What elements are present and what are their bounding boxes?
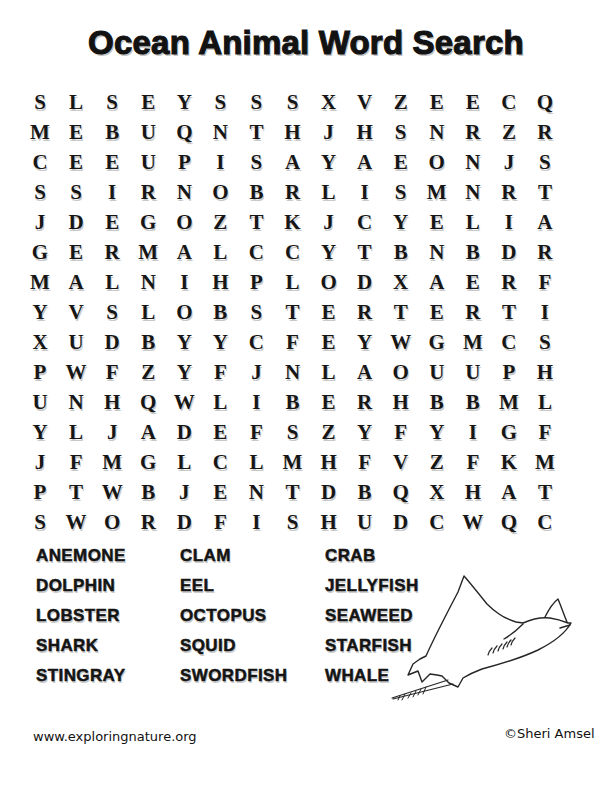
- grid-cell-r3c2[interactable]: E: [58, 147, 94, 177]
- word-item-swordfish: SWORDFISH: [180, 666, 325, 686]
- grid-cell-r5c2[interactable]: D: [58, 207, 94, 237]
- grid-cell-r15c7[interactable]: I: [238, 507, 274, 537]
- grid-cell-r13c13[interactable]: F: [455, 447, 491, 477]
- grid-cell-r8c1[interactable]: Y: [22, 297, 58, 327]
- grid-cell-r11c8[interactable]: B: [274, 387, 310, 417]
- word-item-shark: SHARK: [36, 636, 180, 656]
- grid-cell-r8c6[interactable]: B: [202, 297, 238, 327]
- grid-cell-r9c14[interactable]: C: [491, 327, 527, 357]
- grid-cell-r9c1[interactable]: X: [22, 327, 58, 357]
- grid-cell-r1c7[interactable]: S: [238, 87, 274, 117]
- grid-cell-r7c10[interactable]: D: [347, 267, 383, 297]
- grid-cell-r1c8[interactable]: S: [274, 87, 310, 117]
- grid-cell-r13c6[interactable]: C: [202, 447, 238, 477]
- grid-cell-r13c3[interactable]: M: [94, 447, 130, 477]
- grid-cell-r2c11[interactable]: S: [383, 117, 419, 147]
- grid-cell-r6c14[interactable]: D: [491, 237, 527, 267]
- grid-cell-r1c6[interactable]: S: [202, 87, 238, 117]
- grid-cell-r15c9[interactable]: H: [311, 507, 347, 537]
- grid-cell-r12c2[interactable]: L: [58, 417, 94, 447]
- grid-cell-r3c15[interactable]: S: [527, 147, 563, 177]
- grid-cell-r2c10[interactable]: H: [347, 117, 383, 147]
- grid-cell-r10c15[interactable]: H: [527, 357, 563, 387]
- grid-cell-r11c3[interactable]: H: [94, 387, 130, 417]
- grid-cell-r3c12[interactable]: O: [419, 147, 455, 177]
- grid-cell-r3c14[interactable]: J: [491, 147, 527, 177]
- grid-cell-r14c1[interactable]: P: [22, 477, 58, 507]
- grid-cell-r5c4[interactable]: G: [130, 207, 166, 237]
- grid-cell-r3c13[interactable]: N: [455, 147, 491, 177]
- grid-cell-r14c8[interactable]: T: [274, 477, 310, 507]
- stingray-wing-contour: [504, 624, 523, 639]
- grid-cell-r2c4[interactable]: U: [130, 117, 166, 147]
- grid-cell-r12c8[interactable]: S: [274, 417, 310, 447]
- grid-cell-r7c6[interactable]: H: [202, 267, 238, 297]
- grid-cell-r2c1[interactable]: M: [22, 117, 58, 147]
- grid-cell-r7c12[interactable]: A: [419, 267, 455, 297]
- grid-cell-r10c5[interactable]: Y: [166, 357, 202, 387]
- grid-cell-r8c12[interactable]: E: [419, 297, 455, 327]
- website-url: www.exploringnature.org: [33, 729, 197, 744]
- word-item-dolphin: DOLPHIN: [36, 576, 180, 596]
- grid-cell-r9c9[interactable]: E: [311, 327, 347, 357]
- grid-cell-r10c3[interactable]: F: [94, 357, 130, 387]
- grid-cell-r4c15[interactable]: T: [527, 177, 563, 207]
- grid-cell-r9c2[interactable]: U: [58, 327, 94, 357]
- grid-cell-r1c3[interactable]: S: [94, 87, 130, 117]
- grid-cell-r2c5[interactable]: Q: [166, 117, 202, 147]
- grid-cell-r15c15[interactable]: C: [527, 507, 563, 537]
- grid-cell-r7c5[interactable]: I: [166, 267, 202, 297]
- grid-cell-r13c2[interactable]: F: [58, 447, 94, 477]
- grid-cell-r9c4[interactable]: B: [130, 327, 166, 357]
- grid-cell-r12c7[interactable]: F: [238, 417, 274, 447]
- grid-cell-r4c6[interactable]: O: [202, 177, 238, 207]
- grid-cell-r8c4[interactable]: L: [130, 297, 166, 327]
- grid-cell-r15c4[interactable]: R: [130, 507, 166, 537]
- grid-cell-r9c3[interactable]: D: [94, 327, 130, 357]
- grid-cell-r14c6[interactable]: E: [202, 477, 238, 507]
- grid-cell-r13c4[interactable]: G: [130, 447, 166, 477]
- grid-cell-r10c7[interactable]: J: [238, 357, 274, 387]
- grid-cell-r6c5[interactable]: A: [166, 237, 202, 267]
- grid-cell-r4c9[interactable]: L: [311, 177, 347, 207]
- grid-cell-r15c8[interactable]: S: [274, 507, 310, 537]
- grid-cell-r9c5[interactable]: Y: [166, 327, 202, 357]
- grid-cell-r11c6[interactable]: L: [202, 387, 238, 417]
- grid-cell-r11c7[interactable]: I: [238, 387, 274, 417]
- word-item-anemone: ANEMONE: [36, 546, 180, 566]
- grid-cell-r8c2[interactable]: V: [58, 297, 94, 327]
- grid-cell-r7c4[interactable]: N: [130, 267, 166, 297]
- grid-cell-r7c13[interactable]: E: [455, 267, 491, 297]
- grid-cell-r12c10[interactable]: Y: [347, 417, 383, 447]
- grid-cell-r11c15[interactable]: L: [527, 387, 563, 417]
- grid-cell-r9c11[interactable]: W: [383, 327, 419, 357]
- grid-cell-r9c10[interactable]: Y: [347, 327, 383, 357]
- grid-cell-r7c15[interactable]: F: [527, 267, 563, 297]
- grid-cell-r11c14[interactable]: M: [491, 387, 527, 417]
- stingray-illustration: [370, 553, 600, 723]
- word-item-stingray: STINGRAY: [36, 666, 180, 686]
- grid-cell-r2c7[interactable]: T: [238, 117, 274, 147]
- grid-cell-r6c9[interactable]: Y: [311, 237, 347, 267]
- grid-cell-r8c11[interactable]: T: [383, 297, 419, 327]
- grid-cell-r14c12[interactable]: X: [419, 477, 455, 507]
- grid-cell-r14c9[interactable]: D: [311, 477, 347, 507]
- grid-cell-r6c13[interactable]: B: [455, 237, 491, 267]
- grid-cell-r3c7[interactable]: S: [238, 147, 274, 177]
- grid-cell-r6c1[interactable]: G: [22, 237, 58, 267]
- grid-cell-r4c4[interactable]: R: [130, 177, 166, 207]
- word-search-grid: SLSEYSSSXVZEECQMEBUQNTHJHSNRZRCEEUPISAYA…: [22, 87, 563, 537]
- grid-cell-r5c11[interactable]: Y: [383, 207, 419, 237]
- grid-cell-r11c13[interactable]: B: [455, 387, 491, 417]
- grid-cell-r8c14[interactable]: T: [491, 297, 527, 327]
- grid-cell-r6c3[interactable]: R: [94, 237, 130, 267]
- grid-cell-r1c10[interactable]: V: [347, 87, 383, 117]
- grid-cell-r13c1[interactable]: J: [22, 447, 58, 477]
- grid-cell-r13c15[interactable]: M: [527, 447, 563, 477]
- grid-cell-r5c10[interactable]: C: [347, 207, 383, 237]
- grid-cell-r10c8[interactable]: N: [274, 357, 310, 387]
- grid-cell-r6c7[interactable]: C: [238, 237, 274, 267]
- grid-cell-r8c7[interactable]: S: [238, 297, 274, 327]
- grid-cell-r12c6[interactable]: E: [202, 417, 238, 447]
- grid-cell-r5c8[interactable]: K: [274, 207, 310, 237]
- grid-cell-r8c8[interactable]: T: [274, 297, 310, 327]
- grid-cell-r15c2[interactable]: W: [58, 507, 94, 537]
- grid-cell-r8c13[interactable]: R: [455, 297, 491, 327]
- grid-cell-r5c6[interactable]: Z: [202, 207, 238, 237]
- grid-cell-r9c15[interactable]: S: [527, 327, 563, 357]
- grid-cell-r1c2[interactable]: L: [58, 87, 94, 117]
- grid-cell-r13c12[interactable]: Z: [419, 447, 455, 477]
- grid-cell-r10c9[interactable]: L: [311, 357, 347, 387]
- grid-cell-r5c1[interactable]: J: [22, 207, 58, 237]
- grid-cell-r6c15[interactable]: R: [527, 237, 563, 267]
- grid-cell-r5c13[interactable]: L: [455, 207, 491, 237]
- grid-cell-r8c15[interactable]: I: [527, 297, 563, 327]
- grid-cell-r6c11[interactable]: B: [383, 237, 419, 267]
- grid-cell-r1c4[interactable]: E: [130, 87, 166, 117]
- grid-cell-r6c12[interactable]: N: [419, 237, 455, 267]
- grid-cell-r2c2[interactable]: E: [58, 117, 94, 147]
- grid-cell-r5c12[interactable]: E: [419, 207, 455, 237]
- grid-cell-r10c10[interactable]: A: [347, 357, 383, 387]
- stingray-body: [408, 576, 571, 687]
- grid-cell-r13c8[interactable]: M: [274, 447, 310, 477]
- grid-cell-r1c12[interactable]: E: [419, 87, 455, 117]
- grid-cell-r7c14[interactable]: R: [491, 267, 527, 297]
- grid-cell-r3c6[interactable]: I: [202, 147, 238, 177]
- grid-cell-r13c9[interactable]: H: [311, 447, 347, 477]
- grid-cell-r2c3[interactable]: B: [94, 117, 130, 147]
- grid-cell-r14c13[interactable]: H: [455, 477, 491, 507]
- grid-cell-r11c5[interactable]: W: [166, 387, 202, 417]
- grid-cell-r15c6[interactable]: F: [202, 507, 238, 537]
- grid-cell-r12c9[interactable]: Z: [311, 417, 347, 447]
- grid-cell-r1c9[interactable]: X: [311, 87, 347, 117]
- grid-cell-r6c10[interactable]: T: [347, 237, 383, 267]
- grid-cell-r4c8[interactable]: R: [274, 177, 310, 207]
- grid-cell-r15c10[interactable]: U: [347, 507, 383, 537]
- grid-cell-r4c13[interactable]: N: [455, 177, 491, 207]
- grid-cell-r12c15[interactable]: F: [527, 417, 563, 447]
- grid-cell-r15c13[interactable]: W: [455, 507, 491, 537]
- grid-cell-r14c11[interactable]: Q: [383, 477, 419, 507]
- worksheet-page: Ocean Animal Word Search SLSEYSSSXVZEECQ…: [0, 0, 612, 792]
- grid-cell-r10c2[interactable]: W: [58, 357, 94, 387]
- grid-cell-r4c2[interactable]: S: [58, 177, 94, 207]
- grid-cell-r7c1[interactable]: M: [22, 267, 58, 297]
- grid-cell-r15c11[interactable]: D: [383, 507, 419, 537]
- grid-cell-r4c12[interactable]: M: [419, 177, 455, 207]
- grid-cell-r13c5[interactable]: L: [166, 447, 202, 477]
- grid-cell-r3c9[interactable]: Y: [311, 147, 347, 177]
- grid-cell-r8c5[interactable]: O: [166, 297, 202, 327]
- grid-cell-r2c13[interactable]: R: [455, 117, 491, 147]
- word-item-octopus: OCTOPUS: [180, 606, 325, 626]
- grid-cell-r12c11[interactable]: F: [383, 417, 419, 447]
- grid-cell-r10c6[interactable]: F: [202, 357, 238, 387]
- grid-cell-r7c9[interactable]: O: [311, 267, 347, 297]
- grid-cell-r13c7[interactable]: L: [238, 447, 274, 477]
- grid-cell-r9c6[interactable]: Y: [202, 327, 238, 357]
- grid-cell-r10c11[interactable]: O: [383, 357, 419, 387]
- grid-cell-r8c3[interactable]: S: [94, 297, 130, 327]
- page-title: Ocean Animal Word Search: [0, 24, 612, 62]
- grid-cell-r2c15[interactable]: R: [527, 117, 563, 147]
- grid-cell-r14c2[interactable]: T: [58, 477, 94, 507]
- grid-cell-r7c8[interactable]: L: [274, 267, 310, 297]
- grid-cell-r11c10[interactable]: R: [347, 387, 383, 417]
- grid-cell-r15c5[interactable]: D: [166, 507, 202, 537]
- grid-cell-r5c9[interactable]: J: [311, 207, 347, 237]
- word-item-squid: SQUID: [180, 636, 325, 656]
- grid-cell-r7c3[interactable]: L: [94, 267, 130, 297]
- grid-cell-r11c4[interactable]: Q: [130, 387, 166, 417]
- grid-cell-r13c10[interactable]: F: [347, 447, 383, 477]
- grid-cell-r9c8[interactable]: F: [274, 327, 310, 357]
- grid-cell-r5c15[interactable]: A: [527, 207, 563, 237]
- grid-cell-r4c3[interactable]: I: [94, 177, 130, 207]
- grid-cell-r15c3[interactable]: O: [94, 507, 130, 537]
- grid-cell-r6c2[interactable]: E: [58, 237, 94, 267]
- grid-cell-r3c4[interactable]: U: [130, 147, 166, 177]
- grid-cell-r3c1[interactable]: C: [22, 147, 58, 177]
- grid-cell-r8c10[interactable]: R: [347, 297, 383, 327]
- grid-cell-r15c12[interactable]: C: [419, 507, 455, 537]
- grid-cell-r9c12[interactable]: G: [419, 327, 455, 357]
- grid-cell-r15c14[interactable]: Q: [491, 507, 527, 537]
- stingray-gill-slits: [488, 638, 515, 655]
- grid-cell-r7c11[interactable]: X: [383, 267, 419, 297]
- copyright-credit: ©Sheri Amsel: [504, 726, 595, 741]
- grid-cell-r10c12[interactable]: U: [419, 357, 455, 387]
- grid-cell-r5c14[interactable]: I: [491, 207, 527, 237]
- grid-cell-r2c6[interactable]: N: [202, 117, 238, 147]
- grid-cell-r3c3[interactable]: E: [94, 147, 130, 177]
- grid-cell-r1c11[interactable]: Z: [383, 87, 419, 117]
- grid-cell-r10c14[interactable]: P: [491, 357, 527, 387]
- grid-cell-r1c1[interactable]: S: [22, 87, 58, 117]
- grid-cell-r13c14[interactable]: K: [491, 447, 527, 477]
- grid-cell-r9c7[interactable]: C: [238, 327, 274, 357]
- grid-cell-r2c8[interactable]: H: [274, 117, 310, 147]
- grid-cell-r14c4[interactable]: B: [130, 477, 166, 507]
- grid-cell-r11c2[interactable]: N: [58, 387, 94, 417]
- grid-cell-r6c8[interactable]: C: [274, 237, 310, 267]
- grid-cell-r2c14[interactable]: Z: [491, 117, 527, 147]
- grid-cell-r12c13[interactable]: I: [455, 417, 491, 447]
- grid-cell-r3c5[interactable]: P: [166, 147, 202, 177]
- grid-cell-r2c9[interactable]: J: [311, 117, 347, 147]
- grid-cell-r3c10[interactable]: A: [347, 147, 383, 177]
- grid-cell-r14c14[interactable]: A: [491, 477, 527, 507]
- stingray-tail: [392, 680, 453, 699]
- grid-cell-r12c14[interactable]: G: [491, 417, 527, 447]
- grid-cell-r1c15[interactable]: Q: [527, 87, 563, 117]
- grid-cell-r10c4[interactable]: Z: [130, 357, 166, 387]
- grid-cell-r10c13[interactable]: U: [455, 357, 491, 387]
- grid-cell-r12c1[interactable]: Y: [22, 417, 58, 447]
- grid-cell-r8c9[interactable]: E: [311, 297, 347, 327]
- grid-cell-r4c11[interactable]: S: [383, 177, 419, 207]
- grid-cell-r4c14[interactable]: R: [491, 177, 527, 207]
- grid-cell-r1c14[interactable]: C: [491, 87, 527, 117]
- grid-cell-r9c13[interactable]: M: [455, 327, 491, 357]
- grid-cell-r3c11[interactable]: E: [383, 147, 419, 177]
- grid-cell-r1c5[interactable]: Y: [166, 87, 202, 117]
- word-item-eel: EEL: [180, 576, 325, 596]
- grid-cell-r2c12[interactable]: N: [419, 117, 455, 147]
- grid-cell-r4c10[interactable]: I: [347, 177, 383, 207]
- grid-cell-r6c6[interactable]: L: [202, 237, 238, 267]
- grid-cell-r11c1[interactable]: U: [22, 387, 58, 417]
- grid-cell-r14c7[interactable]: N: [238, 477, 274, 507]
- word-item-lobster: LOBSTER: [36, 606, 180, 626]
- grid-cell-r5c5[interactable]: O: [166, 207, 202, 237]
- grid-cell-r14c5[interactable]: J: [166, 477, 202, 507]
- grid-cell-r12c4[interactable]: A: [130, 417, 166, 447]
- grid-cell-r4c7[interactable]: B: [238, 177, 274, 207]
- grid-cell-r11c11[interactable]: H: [383, 387, 419, 417]
- grid-cell-r7c7[interactable]: P: [238, 267, 274, 297]
- grid-cell-r4c1[interactable]: S: [22, 177, 58, 207]
- grid-cell-r14c3[interactable]: W: [94, 477, 130, 507]
- grid-cell-r5c7[interactable]: T: [238, 207, 274, 237]
- grid-cell-r12c12[interactable]: Y: [419, 417, 455, 447]
- grid-cell-r11c9[interactable]: E: [311, 387, 347, 417]
- grid-cell-r14c10[interactable]: B: [347, 477, 383, 507]
- grid-cell-r11c12[interactable]: B: [419, 387, 455, 417]
- grid-cell-r10c1[interactable]: P: [22, 357, 58, 387]
- grid-cell-r12c5[interactable]: D: [166, 417, 202, 447]
- grid-cell-r6c4[interactable]: M: [130, 237, 166, 267]
- grid-cell-r4c5[interactable]: N: [166, 177, 202, 207]
- grid-cell-r14c15[interactable]: T: [527, 477, 563, 507]
- grid-cell-r5c3[interactable]: E: [94, 207, 130, 237]
- grid-cell-r7c2[interactable]: A: [58, 267, 94, 297]
- grid-cell-r12c3[interactable]: J: [94, 417, 130, 447]
- grid-cell-r13c11[interactable]: V: [383, 447, 419, 477]
- grid-cell-r1c13[interactable]: E: [455, 87, 491, 117]
- word-item-clam: CLAM: [180, 546, 325, 566]
- grid-cell-r15c1[interactable]: S: [22, 507, 58, 537]
- grid-cell-r3c8[interactable]: A: [274, 147, 310, 177]
